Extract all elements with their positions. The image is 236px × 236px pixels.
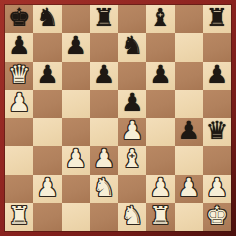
square-d6[interactable]: ♟: [90, 62, 118, 90]
square-a1[interactable]: ♜: [5, 203, 33, 231]
square-h3[interactable]: [203, 146, 231, 174]
square-b6[interactable]: ♟: [33, 62, 61, 90]
square-a7[interactable]: ♟: [5, 33, 33, 61]
square-b7[interactable]: [33, 33, 61, 61]
square-h8[interactable]: ♜: [203, 5, 231, 33]
square-g3[interactable]: [175, 146, 203, 174]
chess-board: ♚♞♜♝♜♟♟♞♛♟♟♟♟♟♟♟♟♛♟♟♝♟♞♟♟♟♜♞♜♚: [5, 5, 231, 231]
square-c7[interactable]: ♟: [62, 33, 90, 61]
piece-white-pawn[interactable]: ♟: [149, 175, 171, 202]
piece-white-pawn[interactable]: ♟: [177, 175, 199, 202]
square-g4[interactable]: ♟: [175, 118, 203, 146]
square-h4[interactable]: ♛: [203, 118, 231, 146]
piece-white-king[interactable]: ♚: [206, 203, 228, 230]
square-b1[interactable]: [33, 203, 61, 231]
square-e7[interactable]: ♞: [118, 33, 146, 61]
square-b4[interactable]: [33, 118, 61, 146]
square-a2[interactable]: [5, 175, 33, 203]
square-e1[interactable]: ♞: [118, 203, 146, 231]
square-h5[interactable]: [203, 90, 231, 118]
square-g8[interactable]: [175, 5, 203, 33]
square-f2[interactable]: ♟: [146, 175, 174, 203]
piece-white-pawn[interactable]: ♟: [93, 146, 115, 173]
square-c6[interactable]: [62, 62, 90, 90]
square-e8[interactable]: [118, 5, 146, 33]
board-frame: ♚♞♜♝♜♟♟♞♛♟♟♟♟♟♟♟♟♛♟♟♝♟♞♟♟♟♜♞♜♚: [0, 0, 236, 236]
piece-white-pawn[interactable]: ♟: [64, 146, 86, 173]
square-b2[interactable]: ♟: [33, 175, 61, 203]
square-b8[interactable]: ♞: [33, 5, 61, 33]
square-b3[interactable]: [33, 146, 61, 174]
square-a3[interactable]: [5, 146, 33, 174]
piece-black-king[interactable]: ♚: [8, 5, 30, 32]
square-d3[interactable]: ♟: [90, 146, 118, 174]
square-g5[interactable]: [175, 90, 203, 118]
piece-black-pawn[interactable]: ♟: [36, 62, 58, 89]
piece-black-rook[interactable]: ♜: [93, 5, 115, 32]
square-d1[interactable]: [90, 203, 118, 231]
piece-white-bishop[interactable]: ♝: [121, 146, 143, 173]
square-e3[interactable]: ♝: [118, 146, 146, 174]
square-f6[interactable]: ♟: [146, 62, 174, 90]
square-a6[interactable]: ♛: [5, 62, 33, 90]
piece-black-queen[interactable]: ♛: [206, 118, 228, 145]
piece-white-pawn[interactable]: ♟: [8, 90, 30, 117]
square-d2[interactable]: ♞: [90, 175, 118, 203]
piece-white-pawn[interactable]: ♟: [121, 118, 143, 145]
square-e6[interactable]: [118, 62, 146, 90]
square-a4[interactable]: [5, 118, 33, 146]
square-b5[interactable]: [33, 90, 61, 118]
square-c1[interactable]: [62, 203, 90, 231]
square-f5[interactable]: [146, 90, 174, 118]
piece-black-rook[interactable]: ♜: [206, 5, 228, 32]
square-d8[interactable]: ♜: [90, 5, 118, 33]
piece-black-bishop[interactable]: ♝: [149, 5, 171, 32]
square-d7[interactable]: [90, 33, 118, 61]
square-d4[interactable]: [90, 118, 118, 146]
square-g2[interactable]: ♟: [175, 175, 203, 203]
piece-black-knight[interactable]: ♞: [36, 5, 58, 32]
piece-white-rook[interactable]: ♜: [149, 203, 171, 230]
square-h2[interactable]: ♟: [203, 175, 231, 203]
square-a5[interactable]: ♟: [5, 90, 33, 118]
square-c2[interactable]: [62, 175, 90, 203]
piece-black-pawn[interactable]: ♟: [206, 62, 228, 89]
piece-black-knight[interactable]: ♞: [121, 33, 143, 60]
square-f3[interactable]: [146, 146, 174, 174]
piece-white-rook[interactable]: ♜: [8, 203, 30, 230]
piece-white-knight[interactable]: ♞: [93, 175, 115, 202]
square-e4[interactable]: ♟: [118, 118, 146, 146]
square-h7[interactable]: [203, 33, 231, 61]
square-a8[interactable]: ♚: [5, 5, 33, 33]
square-f8[interactable]: ♝: [146, 5, 174, 33]
square-d5[interactable]: [90, 90, 118, 118]
piece-black-pawn[interactable]: ♟: [8, 33, 30, 60]
square-f7[interactable]: [146, 33, 174, 61]
piece-black-pawn[interactable]: ♟: [121, 90, 143, 117]
square-g7[interactable]: [175, 33, 203, 61]
piece-black-pawn[interactable]: ♟: [149, 62, 171, 89]
piece-white-queen[interactable]: ♛: [8, 62, 30, 89]
square-e2[interactable]: [118, 175, 146, 203]
square-g1[interactable]: [175, 203, 203, 231]
piece-black-pawn[interactable]: ♟: [177, 118, 199, 145]
piece-black-pawn[interactable]: ♟: [64, 33, 86, 60]
square-f1[interactable]: ♜: [146, 203, 174, 231]
piece-white-knight[interactable]: ♞: [121, 203, 143, 230]
piece-white-pawn[interactable]: ♟: [206, 175, 228, 202]
piece-black-pawn[interactable]: ♟: [93, 62, 115, 89]
square-f4[interactable]: [146, 118, 174, 146]
square-g6[interactable]: [175, 62, 203, 90]
square-c4[interactable]: [62, 118, 90, 146]
square-e5[interactable]: ♟: [118, 90, 146, 118]
square-c8[interactable]: [62, 5, 90, 33]
piece-white-pawn[interactable]: ♟: [36, 175, 58, 202]
square-h1[interactable]: ♚: [203, 203, 231, 231]
square-h6[interactable]: ♟: [203, 62, 231, 90]
square-c3[interactable]: ♟: [62, 146, 90, 174]
square-c5[interactable]: [62, 90, 90, 118]
